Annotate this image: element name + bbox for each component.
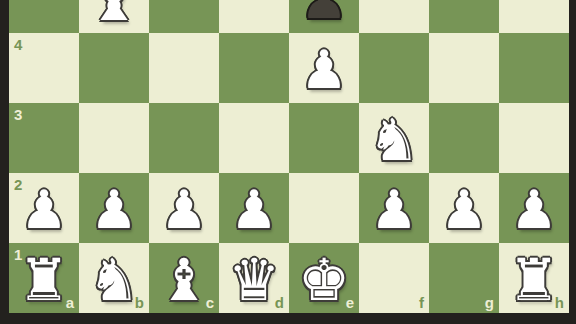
square-e3[interactable] <box>289 103 359 173</box>
piece-white-knight[interactable]: ♞ <box>79 243 149 313</box>
square-e4[interactable]: ♟ <box>289 33 359 103</box>
piece-white-king[interactable]: ♚ <box>289 243 359 313</box>
piece-white-bishop[interactable]: ♝ <box>79 0 149 33</box>
square-g2[interactable]: ♟ <box>429 173 499 243</box>
piece-white-queen[interactable]: ♛ <box>219 243 289 313</box>
square-a2[interactable]: 2♟ <box>9 173 79 243</box>
square-a3[interactable]: 3 <box>9 103 79 173</box>
piece-white-rook[interactable]: ♜ <box>499 243 569 313</box>
square-a1[interactable]: 1a♜ <box>9 243 79 313</box>
piece-white-pawn[interactable]: ♟ <box>359 173 429 243</box>
square-f1[interactable]: f <box>359 243 429 313</box>
square-d1[interactable]: d♛ <box>219 243 289 313</box>
rank-label-3: 3 <box>14 107 22 122</box>
square-d3[interactable] <box>219 103 289 173</box>
square-f2[interactable]: ♟ <box>359 173 429 243</box>
square-f5[interactable] <box>359 0 429 33</box>
square-g1[interactable]: g <box>429 243 499 313</box>
square-e5[interactable]: ♟ <box>289 0 359 33</box>
square-a4[interactable]: 4 <box>9 33 79 103</box>
chess-board: ♝♟4♟3♞2♟♟♟♟♟♟♟1a♜b♞c♝d♛e♚fgh♜ <box>9 0 569 313</box>
square-c2[interactable]: ♟ <box>149 173 219 243</box>
square-g3[interactable] <box>429 103 499 173</box>
square-b4[interactable] <box>79 33 149 103</box>
piece-white-pawn[interactable]: ♟ <box>149 173 219 243</box>
square-a5[interactable] <box>9 0 79 33</box>
file-label-g: g <box>485 295 494 310</box>
square-d5[interactable] <box>219 0 289 33</box>
square-b3[interactable] <box>79 103 149 173</box>
piece-white-pawn[interactable]: ♟ <box>499 173 569 243</box>
square-d2[interactable]: ♟ <box>219 173 289 243</box>
square-d4[interactable] <box>219 33 289 103</box>
square-b2[interactable]: ♟ <box>79 173 149 243</box>
square-c5[interactable] <box>149 0 219 33</box>
piece-white-pawn[interactable]: ♟ <box>429 173 499 243</box>
square-e1[interactable]: e♚ <box>289 243 359 313</box>
piece-white-pawn[interactable]: ♟ <box>219 173 289 243</box>
board-viewport: ♝♟4♟3♞2♟♟♟♟♟♟♟1a♜b♞c♝d♛e♚fgh♜ <box>0 0 576 324</box>
square-h2[interactable]: ♟ <box>499 173 569 243</box>
square-h3[interactable] <box>499 103 569 173</box>
piece-white-rook[interactable]: ♜ <box>9 243 79 313</box>
rank-label-4: 4 <box>14 37 22 52</box>
piece-white-pawn[interactable]: ♟ <box>79 173 149 243</box>
square-h1[interactable]: h♜ <box>499 243 569 313</box>
square-g4[interactable] <box>429 33 499 103</box>
square-b5[interactable]: ♝ <box>79 0 149 33</box>
piece-white-pawn[interactable]: ♟ <box>289 33 359 103</box>
square-b1[interactable]: b♞ <box>79 243 149 313</box>
piece-white-knight[interactable]: ♞ <box>359 103 429 173</box>
file-label-f: f <box>419 295 424 310</box>
square-h4[interactable] <box>499 33 569 103</box>
square-f3[interactable]: ♞ <box>359 103 429 173</box>
piece-white-pawn[interactable]: ♟ <box>9 173 79 243</box>
piece-white-bishop[interactable]: ♝ <box>149 243 219 313</box>
square-e2[interactable] <box>289 173 359 243</box>
square-g5[interactable] <box>429 0 499 33</box>
piece-black-pawn[interactable]: ♟ <box>289 0 359 33</box>
square-c3[interactable] <box>149 103 219 173</box>
square-c4[interactable] <box>149 33 219 103</box>
square-f4[interactable] <box>359 33 429 103</box>
square-c1[interactable]: c♝ <box>149 243 219 313</box>
square-h5[interactable] <box>499 0 569 33</box>
